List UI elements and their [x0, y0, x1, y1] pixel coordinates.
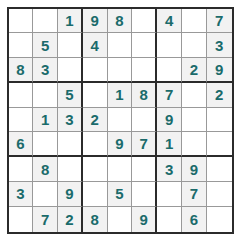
cell-r3c7[interactable]: [157, 58, 182, 83]
cell-r1c4: 9: [83, 9, 108, 34]
sudoku-board: 1984754383295187213296971839395772896: [7, 7, 234, 234]
cell-r9c9[interactable]: [207, 207, 232, 232]
cell-r3c5[interactable]: [108, 58, 133, 83]
cell-r6c9[interactable]: [207, 132, 232, 157]
cell-r7c4[interactable]: [83, 157, 108, 182]
cell-r6c1: 6: [9, 132, 34, 157]
cell-r6c6: 7: [132, 132, 157, 157]
cell-r2c3[interactable]: [58, 33, 83, 58]
cell-r8c2[interactable]: [33, 182, 58, 207]
cell-r8c5: 5: [108, 182, 133, 207]
cell-r3c1: 8: [9, 58, 34, 83]
cell-r9c3: 2: [58, 207, 83, 232]
cell-r3c2: 3: [33, 58, 58, 83]
cell-r4c6: 8: [132, 83, 157, 108]
cell-r1c6[interactable]: [132, 9, 157, 34]
cell-r3c6[interactable]: [132, 58, 157, 83]
cell-r9c8: 6: [182, 207, 207, 232]
cell-r5c9[interactable]: [207, 108, 232, 133]
cell-r1c5: 8: [108, 9, 133, 34]
cell-r9c4: 8: [83, 207, 108, 232]
cell-r4c8[interactable]: [182, 83, 207, 108]
cell-r7c6[interactable]: [132, 157, 157, 182]
cell-r2c2: 5: [33, 33, 58, 58]
cell-r8c7[interactable]: [157, 182, 182, 207]
cell-r2c6[interactable]: [132, 33, 157, 58]
cell-r1c7: 4: [157, 9, 182, 34]
cell-r2c4: 4: [83, 33, 108, 58]
cell-r8c4[interactable]: [83, 182, 108, 207]
cell-r5c5[interactable]: [108, 108, 133, 133]
cell-r1c2[interactable]: [33, 9, 58, 34]
cell-r9c7[interactable]: [157, 207, 182, 232]
cell-r6c8[interactable]: [182, 132, 207, 157]
cell-r5c6[interactable]: [132, 108, 157, 133]
cell-r6c3[interactable]: [58, 132, 83, 157]
cell-r8c1: 3: [9, 182, 34, 207]
page-background: 1984754383295187213296971839395772896: [0, 0, 240, 240]
cell-r3c9: 9: [207, 58, 232, 83]
cell-r5c2: 1: [33, 108, 58, 133]
cell-r5c8[interactable]: [182, 108, 207, 133]
cell-r4c4[interactable]: [83, 83, 108, 108]
cell-r6c7: 1: [157, 132, 182, 157]
cell-r6c4[interactable]: [83, 132, 108, 157]
cell-r8c8: 7: [182, 182, 207, 207]
cell-r4c9: 2: [207, 83, 232, 108]
cell-r8c3: 9: [58, 182, 83, 207]
cell-r3c4[interactable]: [83, 58, 108, 83]
cell-r8c9[interactable]: [207, 182, 232, 207]
cell-r5c4: 2: [83, 108, 108, 133]
cell-r7c2: 8: [33, 157, 58, 182]
cell-r7c5[interactable]: [108, 157, 133, 182]
cell-r7c9[interactable]: [207, 157, 232, 182]
cell-r9c6: 9: [132, 207, 157, 232]
cell-r1c1[interactable]: [9, 9, 34, 34]
cell-r7c8: 9: [182, 157, 207, 182]
cell-r9c1[interactable]: [9, 207, 34, 232]
cell-r2c9: 3: [207, 33, 232, 58]
cell-r2c5[interactable]: [108, 33, 133, 58]
cell-r7c7: 3: [157, 157, 182, 182]
cell-r4c3: 5: [58, 83, 83, 108]
cell-r1c9: 7: [207, 9, 232, 34]
cell-r3c8: 2: [182, 58, 207, 83]
cell-r4c7: 7: [157, 83, 182, 108]
cell-r2c8[interactable]: [182, 33, 207, 58]
cell-r7c1[interactable]: [9, 157, 34, 182]
cell-r6c2[interactable]: [33, 132, 58, 157]
cell-r5c7: 9: [157, 108, 182, 133]
cell-r4c2[interactable]: [33, 83, 58, 108]
cell-r5c1[interactable]: [9, 108, 34, 133]
cell-r5c3: 3: [58, 108, 83, 133]
cell-r9c2: 7: [33, 207, 58, 232]
cell-r6c5: 9: [108, 132, 133, 157]
cell-r7c3[interactable]: [58, 157, 83, 182]
cell-r3c3[interactable]: [58, 58, 83, 83]
cell-r2c1[interactable]: [9, 33, 34, 58]
cell-r2c7[interactable]: [157, 33, 182, 58]
cell-r4c5: 1: [108, 83, 133, 108]
cell-r1c3: 1: [58, 9, 83, 34]
cell-r4c1[interactable]: [9, 83, 34, 108]
cell-r9c5[interactable]: [108, 207, 133, 232]
cell-r8c6[interactable]: [132, 182, 157, 207]
cell-r1c8[interactable]: [182, 9, 207, 34]
